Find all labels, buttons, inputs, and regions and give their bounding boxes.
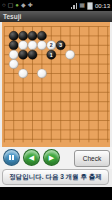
app-screen: ○ ▢ ● ◆ ✚ ▦ 00:13 Tesuji <box>0 0 112 200</box>
stone-white <box>9 60 18 69</box>
diamond-icon: ◆ <box>21 2 26 9</box>
move-number-label: 2 <box>50 42 53 48</box>
stone-black <box>28 31 37 40</box>
result-message-bar[interactable]: 정답입니다. 다음 3 개월 후 출제 <box>2 169 109 185</box>
stone-white <box>37 41 46 50</box>
pause-icon <box>9 155 11 161</box>
move-number-label: 3 <box>59 42 62 48</box>
check-button[interactable]: Check <box>74 150 110 167</box>
board-grid[interactable]: 231 <box>2 22 110 147</box>
move-number-label: 1 <box>50 52 53 58</box>
title-bar: Tesuji <box>0 11 112 22</box>
pause-button[interactable] <box>3 149 20 166</box>
stone-black <box>9 41 18 50</box>
android-icon: ● <box>15 2 19 9</box>
stone-white <box>9 50 18 59</box>
signal-bars-icon <box>71 3 78 9</box>
system-status-icons: ▦ 00:13 <box>71 2 112 10</box>
circle-icon: ○ <box>2 2 6 9</box>
sdcard-icon: ▦ <box>79 2 85 9</box>
result-message-text: 정답입니다. 다음 3 개월 후 출제 <box>9 173 101 182</box>
stone-white <box>66 50 75 59</box>
app-title: Tesuji <box>0 13 21 20</box>
next-button[interactable]: ▶ <box>43 149 60 166</box>
stone-white <box>19 41 28 50</box>
stone-white <box>28 41 37 50</box>
status-bar: ○ ▢ ● ◆ ✚ ▦ 00:13 <box>0 0 112 11</box>
bottom-bezel <box>0 187 112 200</box>
status-clock: 00:13 <box>95 3 110 9</box>
stone-black <box>37 31 46 40</box>
stone-black <box>28 50 37 59</box>
prev-button[interactable]: ◀ <box>23 149 40 166</box>
stone-black <box>9 31 18 40</box>
go-board[interactable]: 231 <box>2 22 110 147</box>
stone-black <box>19 31 28 40</box>
stone-black <box>19 50 28 59</box>
arrow-right-icon: ▶ <box>49 154 54 161</box>
arrow-left-icon: ◀ <box>29 154 34 161</box>
square-icon: ▢ <box>8 2 14 9</box>
plus-icon: ✚ <box>28 2 33 9</box>
stone-white <box>37 69 46 78</box>
battery-icon <box>87 2 93 10</box>
stone-white <box>19 69 28 78</box>
notification-icons: ○ ▢ ● ◆ ✚ <box>0 2 71 9</box>
